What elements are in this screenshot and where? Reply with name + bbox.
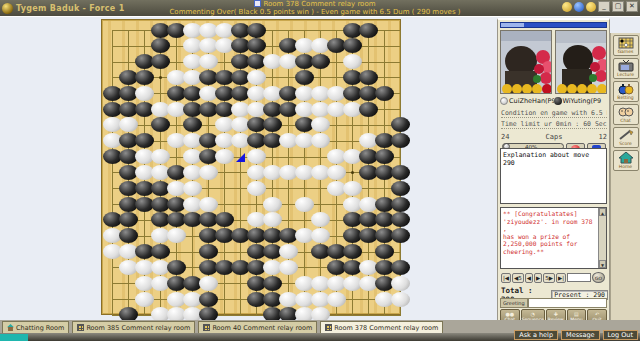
white-stone bbox=[183, 181, 202, 196]
white-stone bbox=[263, 212, 282, 227]
close-button[interactable]: ✕ bbox=[626, 1, 638, 12]
white-stone bbox=[247, 149, 266, 164]
black-stone bbox=[151, 244, 170, 259]
goboard-icon bbox=[618, 37, 634, 49]
black-stone bbox=[391, 197, 410, 212]
congrats-line: ** [Congratulatates] bbox=[503, 210, 596, 218]
toolbar-label: Score bbox=[614, 141, 638, 146]
room-tab[interactable]: Room 40 Comment relay room bbox=[198, 321, 317, 333]
white-stone bbox=[327, 165, 346, 180]
tab-label: Chatting Room bbox=[16, 324, 64, 332]
black-stone bbox=[311, 54, 330, 69]
nav-button[interactable]: ◀5 bbox=[512, 273, 524, 283]
white-player-photo bbox=[500, 30, 552, 94]
white-stone bbox=[343, 54, 362, 69]
black-stone bbox=[295, 70, 314, 85]
tv-icon bbox=[618, 60, 634, 72]
black-stone bbox=[359, 70, 378, 85]
black-stone bbox=[183, 117, 202, 132]
black-stone bbox=[375, 86, 394, 101]
black-stone bbox=[391, 165, 410, 180]
app-icon bbox=[2, 3, 13, 14]
house-icon bbox=[618, 152, 634, 164]
board-icon bbox=[77, 324, 84, 331]
black-stone bbox=[375, 244, 394, 259]
black-stone bbox=[119, 228, 138, 243]
tab-label: Room 378 Comment relay room bbox=[334, 324, 438, 332]
chat-toolbar-button[interactable]: Chat bbox=[613, 104, 639, 125]
white-stone bbox=[279, 260, 298, 275]
home-toolbar-button[interactable]: Home bbox=[613, 150, 639, 171]
taskbar-corner bbox=[0, 334, 28, 341]
footer-buttons: Ask a helpMessageLog Out bbox=[514, 330, 638, 340]
nav-button[interactable]: ◀ bbox=[525, 273, 533, 283]
ask-a-help-button[interactable]: Ask a help bbox=[514, 330, 558, 340]
captures-label: Caps bbox=[546, 133, 563, 141]
black-stone bbox=[359, 23, 378, 38]
log-out-button[interactable]: Log Out bbox=[603, 330, 638, 340]
scroll-up-icon[interactable]: ▲ bbox=[599, 208, 606, 216]
white-stone bbox=[247, 70, 266, 85]
white-stone bbox=[311, 117, 330, 132]
white-stone bbox=[391, 276, 410, 291]
title-center: Room 378 Comment relay room Commenting O… bbox=[120, 0, 510, 16]
white-stone bbox=[391, 292, 410, 307]
toolbar-label: Betting bbox=[614, 95, 638, 100]
house-icon bbox=[7, 324, 14, 331]
faces-icon bbox=[618, 106, 634, 118]
congrats-scrollbar[interactable]: ▲ ▼ bbox=[598, 208, 606, 268]
lecture-toolbar-button[interactable]: Lecture bbox=[613, 58, 639, 79]
black-stone bbox=[391, 181, 410, 196]
congrats-line: 2,250,000 points for bbox=[503, 240, 596, 248]
move-number-input[interactable] bbox=[567, 273, 591, 282]
side-toolbar: GamesLectureBettingChatScoreHome bbox=[610, 33, 640, 337]
black-stone bbox=[247, 23, 266, 38]
games-toolbar-button[interactable]: Games bbox=[613, 35, 639, 56]
game-status-line: Commenting Over( Black 0.5 points win ) … bbox=[120, 8, 510, 16]
captures-row: 24 Caps 12 bbox=[501, 133, 607, 141]
bags-icon bbox=[618, 83, 634, 95]
white-stone bbox=[199, 165, 218, 180]
window-title: Tygem Baduk - Force 1 bbox=[16, 4, 125, 13]
black-stone bbox=[135, 70, 154, 85]
black-stone bbox=[375, 149, 394, 164]
tab-label: Room 385 Comment relay room bbox=[86, 324, 190, 332]
board-icon bbox=[325, 324, 332, 331]
black-stone bbox=[391, 228, 410, 243]
black-stone bbox=[359, 102, 378, 117]
hand-icon bbox=[618, 129, 634, 141]
white-player-name: CuiZheHan(P9 bbox=[500, 96, 554, 106]
globe-icon[interactable] bbox=[574, 2, 584, 12]
congrats-text: ** [Congratulatates]'ziyoudezz'. in room… bbox=[503, 210, 596, 255]
room-tab[interactable]: Room 385 Comment relay room bbox=[72, 321, 195, 333]
white-captures: 24 bbox=[501, 133, 509, 141]
help-icon[interactable] bbox=[586, 2, 596, 12]
congrats-line: has won a prize of bbox=[503, 233, 596, 241]
toolbar-label: Games bbox=[614, 49, 638, 54]
time-limit-line: Time limit ur 0min : 60 Sec / bbox=[501, 120, 607, 129]
black-stone bbox=[391, 260, 410, 275]
white-stone bbox=[295, 197, 314, 212]
explanation-box[interactable]: Explanation about move 290 bbox=[500, 148, 607, 204]
board-icon bbox=[203, 324, 210, 331]
black-stone bbox=[343, 244, 362, 259]
nav-button[interactable]: 5▶ bbox=[543, 273, 555, 283]
explanation-text: Explanation about move 290 bbox=[503, 151, 589, 167]
nav-button[interactable]: ▶ bbox=[534, 273, 542, 283]
black-stone bbox=[119, 212, 138, 227]
black-player-name: WiYuting(P9 bbox=[554, 96, 608, 106]
go-board[interactable] bbox=[101, 19, 401, 315]
main-area: CuiZheHan(P9 WiYuting(P9 Condition en ga… bbox=[0, 16, 640, 320]
white-stone bbox=[119, 117, 138, 132]
black-stone bbox=[151, 117, 170, 132]
white-stone bbox=[135, 86, 154, 101]
room-title: Room 378 Comment relay room bbox=[120, 0, 510, 8]
game-info-panel: CuiZheHan(P9 WiYuting(P9 Condition en ga… bbox=[497, 18, 610, 321]
score-toolbar-button[interactable]: Score bbox=[613, 127, 639, 148]
congrats-line: 'ziyoudezz'. in room 378 , bbox=[503, 218, 596, 233]
greeting-row: Greeting bbox=[500, 298, 607, 308]
scroll-down-icon[interactable]: ▼ bbox=[599, 260, 606, 268]
white-stone bbox=[199, 197, 218, 212]
white-stone bbox=[311, 133, 330, 148]
black-stone bbox=[263, 276, 282, 291]
white-stone bbox=[199, 54, 218, 69]
black-captures: 12 bbox=[599, 133, 607, 141]
tab-label: Room 40 Comment relay room bbox=[212, 324, 312, 332]
move-navigation: |◀◀5◀▶5▶▶| GO bbox=[501, 272, 608, 283]
room-tab[interactable]: Chatting Room bbox=[2, 321, 69, 333]
message-button[interactable]: Message bbox=[561, 330, 600, 340]
white-stone bbox=[311, 212, 330, 227]
nav-button[interactable]: ▶| bbox=[556, 273, 566, 283]
white-stone bbox=[199, 276, 218, 291]
greeting-tab[interactable]: Greeting bbox=[500, 298, 528, 308]
white-stone bbox=[215, 149, 234, 164]
title-bar: Tygem Baduk - Force 1 Room 378 Comment r… bbox=[0, 0, 640, 16]
white-stone bbox=[263, 197, 282, 212]
white-stone bbox=[327, 292, 346, 307]
white-stone bbox=[151, 149, 170, 164]
greeting-input[interactable] bbox=[528, 298, 607, 308]
black-stone bbox=[391, 117, 410, 132]
room-tab[interactable]: Room 378 Comment relay room bbox=[320, 321, 443, 333]
white-stone bbox=[311, 228, 330, 243]
toolbar-label: Lecture bbox=[614, 72, 638, 77]
toolbar-label: Home bbox=[614, 164, 638, 169]
black-stone bbox=[199, 244, 218, 259]
congrats-line: cheering.** bbox=[503, 248, 596, 256]
condition-line: Condition en game with 6.5 D bbox=[501, 109, 607, 118]
black-stone bbox=[263, 117, 282, 132]
white-stone bbox=[135, 292, 154, 307]
toolbar-label: Chat bbox=[614, 118, 638, 123]
black-stone bbox=[215, 212, 234, 227]
last-move-marker bbox=[236, 153, 245, 162]
player-names-row: CuiZheHan(P9 WiYuting(P9 bbox=[500, 96, 607, 106]
minimize-button[interactable]: _ bbox=[598, 1, 610, 12]
betting-toolbar-button[interactable]: Betting bbox=[613, 81, 639, 102]
moon-icon[interactable] bbox=[562, 2, 572, 12]
black-stone bbox=[151, 38, 170, 53]
black-stone bbox=[343, 38, 362, 53]
black-stone bbox=[391, 133, 410, 148]
black-stone bbox=[135, 133, 154, 148]
white-stone-icon bbox=[500, 97, 508, 105]
black-stone-icon bbox=[554, 97, 562, 105]
white-stone bbox=[279, 244, 298, 259]
black-player-photo bbox=[555, 30, 607, 94]
black-stone bbox=[167, 260, 186, 275]
room-icon bbox=[254, 0, 261, 7]
tygem-baduk-window: Tygem Baduk - Force 1 Room 378 Comment r… bbox=[0, 0, 640, 341]
white-stone bbox=[343, 181, 362, 196]
black-stone bbox=[391, 212, 410, 227]
black-stone bbox=[247, 38, 266, 53]
nav-button[interactable]: |◀ bbox=[501, 273, 511, 283]
congrats-box[interactable]: ** [Congratulatates]'ziyoudezz'. in room… bbox=[500, 207, 607, 269]
white-stone bbox=[167, 228, 186, 243]
go-button[interactable]: GO bbox=[592, 272, 605, 283]
black-stone bbox=[151, 54, 170, 69]
titlebar-controls: _ ▢ ✕ bbox=[562, 1, 638, 12]
panel-progress-bar bbox=[500, 22, 607, 28]
maximize-button[interactable]: ▢ bbox=[612, 1, 624, 12]
white-stone bbox=[247, 181, 266, 196]
black-stone bbox=[199, 292, 218, 307]
